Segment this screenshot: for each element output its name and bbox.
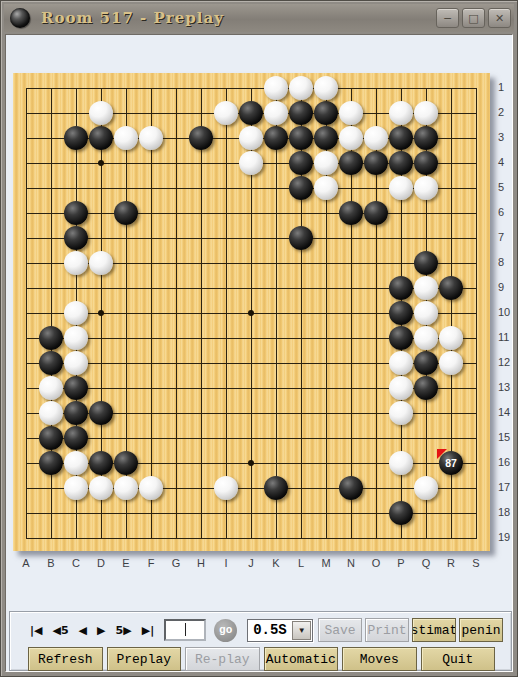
- nav-back-1-button[interactable]: ◀: [79, 624, 87, 637]
- maximize-button[interactable]: □: [462, 8, 485, 28]
- stone-black: [39, 426, 63, 450]
- refresh-button[interactable]: Refresh: [28, 647, 103, 671]
- stone-black: [64, 201, 88, 225]
- delay-value: 0.5S: [248, 622, 292, 638]
- stone-white: [64, 451, 88, 475]
- stone-white: [239, 151, 263, 175]
- stone-white: [139, 126, 163, 150]
- column-label: J: [239, 557, 263, 569]
- stone-black: [64, 126, 88, 150]
- toolbar-right-buttons: SavePrintstimatpenin: [318, 618, 503, 642]
- stone-black: [114, 451, 138, 475]
- stone-black: [64, 226, 88, 250]
- stone-white: [389, 351, 413, 375]
- stone-black: [339, 476, 363, 500]
- row-label: 4: [498, 156, 518, 168]
- column-label: O: [364, 557, 388, 569]
- window-title: Room 517 - Preplay: [41, 9, 224, 27]
- column-label: S: [464, 557, 488, 569]
- stone-white: [414, 326, 438, 350]
- row-label: 6: [498, 206, 518, 218]
- row-label: 19: [498, 531, 518, 543]
- row-label: 17: [498, 481, 518, 493]
- stone-white: [214, 476, 238, 500]
- stone-white: [439, 326, 463, 350]
- row-label: 16: [498, 456, 518, 468]
- stone-white: [114, 126, 138, 150]
- stone-white: [64, 476, 88, 500]
- opening-button[interactable]: penin: [459, 618, 503, 642]
- go-button[interactable]: go: [214, 619, 237, 642]
- row-label: 7: [498, 231, 518, 243]
- column-label: B: [39, 557, 63, 569]
- stone-black: [39, 326, 63, 350]
- stone-white: [314, 151, 338, 175]
- row-label: 15: [498, 431, 518, 443]
- row-label: 12: [498, 356, 518, 368]
- stone-white: [389, 451, 413, 475]
- toolbar-row-1: |◀◀5◀▶5▶▶| go 0.5S ▼ SavePrintstimatpeni…: [10, 618, 511, 642]
- column-label: G: [164, 557, 188, 569]
- column-label: E: [114, 557, 138, 569]
- stone-black: [89, 126, 113, 150]
- stone-black: [189, 126, 213, 150]
- toolbar-row-2: RefreshPreplayRe-playAutomaticMovesQuit: [28, 647, 495, 669]
- stone-white: [139, 476, 163, 500]
- stone-black: [64, 401, 88, 425]
- row-label: 5: [498, 181, 518, 193]
- stone-black: [289, 226, 313, 250]
- delay-select[interactable]: 0.5S ▼: [247, 619, 313, 642]
- stone-white: [89, 101, 113, 125]
- row-label: 10: [498, 306, 518, 318]
- app-icon: [10, 8, 30, 28]
- star-point: [248, 460, 254, 466]
- quit-button[interactable]: Quit: [421, 647, 496, 671]
- star-point: [98, 160, 104, 166]
- move-number-label: 87: [439, 451, 463, 475]
- column-label: C: [64, 557, 88, 569]
- stone-black: [264, 126, 288, 150]
- stone-black: [389, 301, 413, 325]
- stone-black: [264, 476, 288, 500]
- stone-black: [364, 201, 388, 225]
- row-label: 3: [498, 131, 518, 143]
- stone-black: [389, 126, 413, 150]
- stone-white: [64, 301, 88, 325]
- chevron-down-icon[interactable]: ▼: [292, 621, 311, 640]
- column-label: I: [214, 557, 238, 569]
- stone-black: [89, 451, 113, 475]
- stone-white: [89, 476, 113, 500]
- column-label: H: [189, 557, 213, 569]
- stone-white: [39, 401, 63, 425]
- close-button[interactable]: ✕: [488, 8, 511, 28]
- stone-white: [64, 351, 88, 375]
- window-controls: ─ □ ✕: [436, 8, 511, 28]
- nav-first-button[interactable]: |◀: [30, 624, 42, 637]
- row-label: 1: [498, 81, 518, 93]
- stone-white: [439, 351, 463, 375]
- stone-black: [39, 451, 63, 475]
- stone-black: [339, 201, 363, 225]
- stone-black: [64, 426, 88, 450]
- stone-white: [239, 126, 263, 150]
- stone-white: [64, 251, 88, 275]
- preplay-button[interactable]: Preplay: [107, 647, 182, 671]
- column-label: P: [389, 557, 413, 569]
- stone-black: [339, 151, 363, 175]
- stone-white: [389, 376, 413, 400]
- stone-black: [289, 101, 313, 125]
- stone-black: 87: [439, 451, 463, 475]
- nav-back-5-button[interactable]: ◀5: [52, 624, 68, 637]
- stone-white: [414, 101, 438, 125]
- moves-button[interactable]: Moves: [342, 647, 417, 671]
- column-label: A: [14, 557, 38, 569]
- stone-black: [414, 351, 438, 375]
- stone-black: [39, 351, 63, 375]
- stone-white: [414, 476, 438, 500]
- move-number-input[interactable]: [164, 619, 206, 641]
- stone-black: [239, 101, 263, 125]
- row-label: 13: [498, 381, 518, 393]
- stone-white: [339, 101, 363, 125]
- stone-white: [64, 326, 88, 350]
- nav-controls: |◀◀5◀▶5▶▶|: [30, 624, 154, 637]
- stone-black: [314, 101, 338, 125]
- column-label: L: [289, 557, 313, 569]
- stone-black: [289, 176, 313, 200]
- column-label: K: [264, 557, 288, 569]
- stone-black: [414, 126, 438, 150]
- column-label: F: [139, 557, 163, 569]
- nav-forward-1-button[interactable]: ▶: [97, 624, 105, 637]
- stone-white: [314, 176, 338, 200]
- go-board[interactable]: 87: [13, 73, 490, 551]
- stone-white: [114, 476, 138, 500]
- row-label: 14: [498, 406, 518, 418]
- stone-black: [389, 276, 413, 300]
- stone-white: [414, 276, 438, 300]
- stone-white: [389, 401, 413, 425]
- stone-black: [414, 151, 438, 175]
- row-label: 11: [498, 331, 518, 343]
- stone-black: [389, 326, 413, 350]
- title-bar: Room 517 - Preplay ─ □ ✕: [4, 4, 514, 32]
- stone-black: [389, 151, 413, 175]
- stone-black: [439, 276, 463, 300]
- stone-white: [414, 176, 438, 200]
- stone-white: [264, 76, 288, 100]
- stone-black: [289, 126, 313, 150]
- stone-white: [339, 126, 363, 150]
- row-label: 8: [498, 256, 518, 268]
- row-label: 9: [498, 281, 518, 293]
- column-label: R: [439, 557, 463, 569]
- stone-black: [414, 376, 438, 400]
- star-point: [248, 310, 254, 316]
- stone-white: [364, 126, 388, 150]
- text-cursor: [185, 623, 186, 636]
- stone-black: [414, 251, 438, 275]
- stone-black: [389, 501, 413, 525]
- stone-white: [89, 251, 113, 275]
- stone-white: [414, 301, 438, 325]
- row-label: 2: [498, 106, 518, 118]
- save-button[interactable]: Save: [318, 618, 362, 642]
- column-label: M: [314, 557, 338, 569]
- stone-black: [89, 401, 113, 425]
- board-grid[interactable]: 87: [26, 88, 477, 539]
- window: Room 517 - Preplay ─ □ ✕ 87 ABCDEFGHIJKL…: [0, 0, 518, 677]
- column-label: N: [339, 557, 363, 569]
- stone-white: [289, 76, 313, 100]
- star-point: [98, 310, 104, 316]
- column-label: Q: [414, 557, 438, 569]
- print-button[interactable]: Print: [365, 618, 409, 642]
- estimate-button[interactable]: stimat: [412, 618, 456, 642]
- replay-button[interactable]: Re-play: [185, 647, 260, 671]
- nav-last-button[interactable]: ▶|: [142, 624, 154, 637]
- stone-black: [114, 201, 138, 225]
- column-label: D: [89, 557, 113, 569]
- stone-black: [314, 126, 338, 150]
- automatic-button[interactable]: Automatic: [264, 647, 339, 671]
- stone-black: [364, 151, 388, 175]
- stone-white: [264, 101, 288, 125]
- minimize-button[interactable]: ─: [436, 8, 459, 28]
- stone-black: [289, 151, 313, 175]
- nav-forward-5-button[interactable]: 5▶: [116, 624, 132, 637]
- stone-black: [64, 376, 88, 400]
- toolbar: |◀◀5◀▶5▶▶| go 0.5S ▼ SavePrintstimatpeni…: [9, 611, 512, 671]
- stone-white: [39, 376, 63, 400]
- stone-white: [214, 101, 238, 125]
- stone-white: [314, 76, 338, 100]
- row-label: 18: [498, 506, 518, 518]
- stone-white: [389, 176, 413, 200]
- stone-white: [389, 101, 413, 125]
